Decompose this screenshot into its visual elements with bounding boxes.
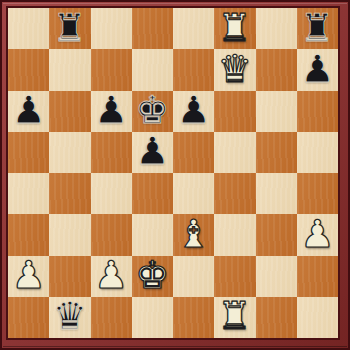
square-c8[interactable] (91, 8, 132, 49)
black-pawn: ♟ (177, 91, 211, 129)
square-g5[interactable] (256, 132, 297, 173)
square-g1[interactable] (256, 297, 297, 338)
square-c3[interactable] (91, 214, 132, 255)
square-c4[interactable] (91, 173, 132, 214)
black-pawn: ♟ (300, 50, 334, 88)
square-a6[interactable]: ♟ (8, 91, 49, 132)
white-rook: ♜ (218, 9, 252, 47)
square-e1[interactable] (173, 297, 214, 338)
square-d6[interactable]: ♚ (132, 91, 173, 132)
square-c5[interactable] (91, 132, 132, 173)
square-a2[interactable]: ♟ (8, 256, 49, 297)
square-c1[interactable] (91, 297, 132, 338)
white-rook: ♜ (218, 297, 252, 335)
square-e5[interactable] (173, 132, 214, 173)
square-h1[interactable] (297, 297, 338, 338)
square-b8[interactable]: ♜ (49, 8, 90, 49)
square-e4[interactable] (173, 173, 214, 214)
square-c7[interactable] (91, 49, 132, 90)
square-f8[interactable]: ♜ (214, 8, 255, 49)
square-f5[interactable] (214, 132, 255, 173)
square-b1[interactable]: ♛ (49, 297, 90, 338)
square-b7[interactable] (49, 49, 90, 90)
square-g8[interactable] (256, 8, 297, 49)
square-f7[interactable]: ♛ (214, 49, 255, 90)
square-h2[interactable] (297, 256, 338, 297)
square-h8[interactable]: ♜ (297, 8, 338, 49)
white-bishop: ♝ (177, 215, 211, 253)
white-queen: ♛ (218, 50, 252, 88)
square-a5[interactable] (8, 132, 49, 173)
square-d3[interactable] (132, 214, 173, 255)
square-b3[interactable] (49, 214, 90, 255)
square-d7[interactable] (132, 49, 173, 90)
square-g4[interactable] (256, 173, 297, 214)
square-g3[interactable] (256, 214, 297, 255)
black-king: ♚ (135, 91, 169, 129)
square-g6[interactable] (256, 91, 297, 132)
square-h5[interactable] (297, 132, 338, 173)
square-e6[interactable]: ♟ (173, 91, 214, 132)
black-pawn: ♟ (135, 132, 169, 170)
square-c6[interactable]: ♟ (91, 91, 132, 132)
square-h4[interactable] (297, 173, 338, 214)
chess-board: ♜♜♜♛♟♟♟♚♟♟♝♟♟♟♚♛♜ (8, 8, 338, 338)
square-e8[interactable] (173, 8, 214, 49)
white-pawn: ♟ (300, 215, 334, 253)
square-h7[interactable]: ♟ (297, 49, 338, 90)
square-b2[interactable] (49, 256, 90, 297)
white-king: ♚ (135, 256, 169, 294)
black-rook: ♜ (300, 9, 334, 47)
square-a1[interactable] (8, 297, 49, 338)
square-g7[interactable] (256, 49, 297, 90)
square-e3[interactable]: ♝ (173, 214, 214, 255)
black-pawn: ♟ (94, 91, 128, 129)
square-d2[interactable]: ♚ (132, 256, 173, 297)
square-a8[interactable] (8, 8, 49, 49)
square-a3[interactable] (8, 214, 49, 255)
square-b6[interactable] (49, 91, 90, 132)
square-f4[interactable] (214, 173, 255, 214)
square-d5[interactable]: ♟ (132, 132, 173, 173)
square-f6[interactable] (214, 91, 255, 132)
square-b4[interactable] (49, 173, 90, 214)
square-d8[interactable] (132, 8, 173, 49)
square-g2[interactable] (256, 256, 297, 297)
square-e2[interactable] (173, 256, 214, 297)
square-h3[interactable]: ♟ (297, 214, 338, 255)
square-a7[interactable] (8, 49, 49, 90)
square-d1[interactable] (132, 297, 173, 338)
square-e7[interactable] (173, 49, 214, 90)
white-pawn: ♟ (12, 256, 46, 294)
chess-diagram: ♜♜♜♛♟♟♟♚♟♟♝♟♟♟♚♛♜ (0, 0, 350, 350)
black-rook: ♜ (53, 9, 87, 47)
square-d4[interactable] (132, 173, 173, 214)
square-f2[interactable] (214, 256, 255, 297)
square-b5[interactable] (49, 132, 90, 173)
black-queen: ♛ (53, 297, 87, 335)
square-f3[interactable] (214, 214, 255, 255)
white-pawn: ♟ (94, 256, 128, 294)
square-a4[interactable] (8, 173, 49, 214)
square-f1[interactable]: ♜ (214, 297, 255, 338)
black-pawn: ♟ (12, 91, 46, 129)
square-h6[interactable] (297, 91, 338, 132)
square-c2[interactable]: ♟ (91, 256, 132, 297)
